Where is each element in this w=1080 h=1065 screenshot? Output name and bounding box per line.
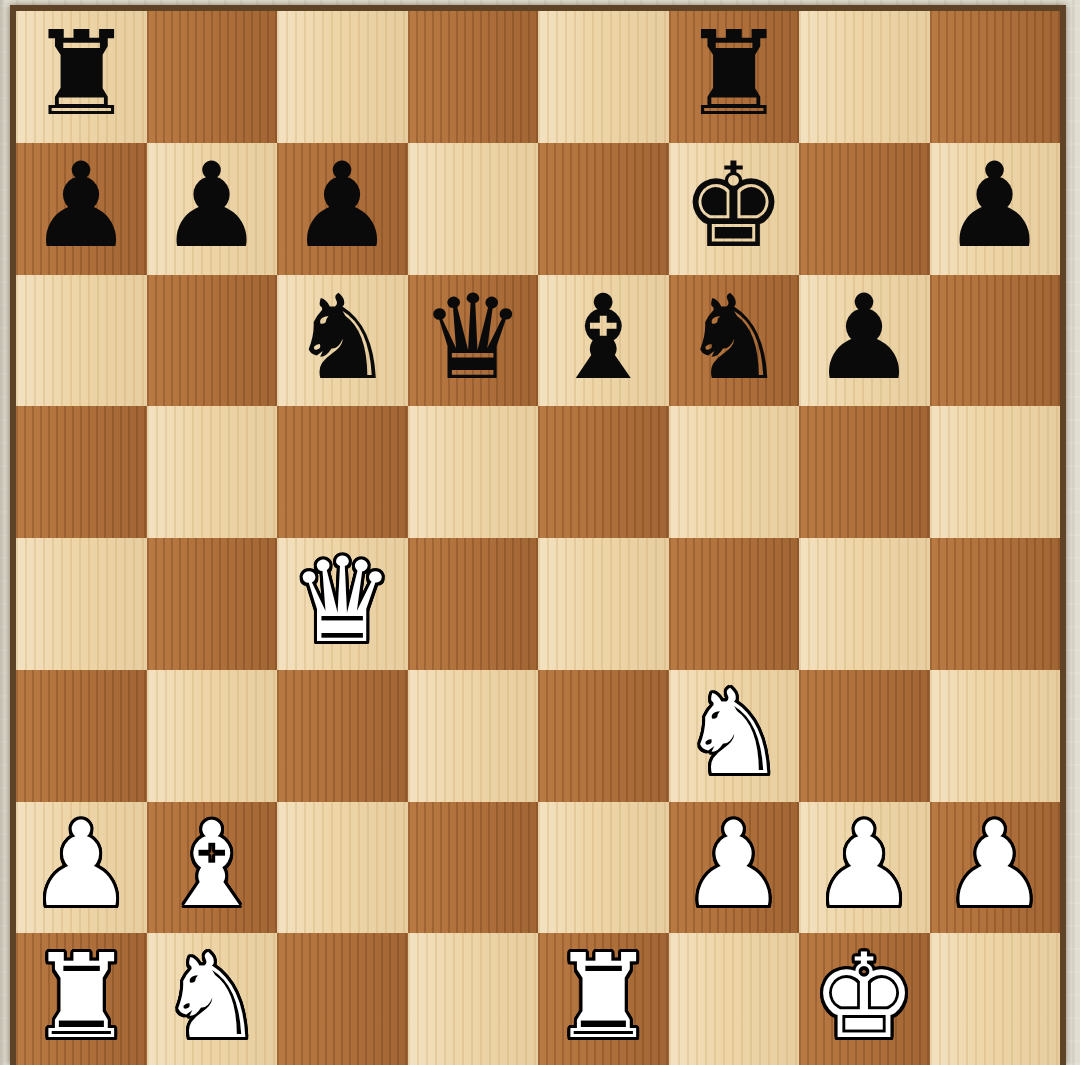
square-c3[interactable]	[277, 670, 408, 802]
piece-white-rook-e1[interactable]: ♜	[551, 938, 656, 1055]
piece-black-pawn-h7[interactable]: ♟	[942, 147, 1047, 264]
square-g4[interactable]	[799, 538, 930, 670]
square-a5[interactable]	[16, 406, 147, 538]
square-b2[interactable]: ♝	[147, 802, 278, 934]
square-f1[interactable]	[669, 933, 800, 1065]
piece-white-pawn-g2[interactable]: ♟	[812, 806, 917, 923]
piece-black-pawn-a7[interactable]: ♟	[29, 147, 134, 264]
board-frame: ♜♜♟♟♟♚♟♞♛♝♞♟♛♞♟♝♟♟♟♜♞♜♚	[10, 5, 1066, 1065]
piece-white-pawn-h2[interactable]: ♟	[942, 806, 1047, 923]
square-f3[interactable]: ♞	[669, 670, 800, 802]
piece-black-rook-f8[interactable]: ♜	[681, 15, 786, 132]
piece-black-queen-d6[interactable]: ♛	[420, 279, 525, 396]
square-e1[interactable]: ♜	[538, 933, 669, 1065]
square-f4[interactable]	[669, 538, 800, 670]
square-e3[interactable]	[538, 670, 669, 802]
square-a2[interactable]: ♟	[16, 802, 147, 934]
piece-white-king-g1[interactable]: ♚	[812, 938, 917, 1055]
square-b4[interactable]	[147, 538, 278, 670]
square-h4[interactable]	[930, 538, 1061, 670]
square-f2[interactable]: ♟	[669, 802, 800, 934]
square-h7[interactable]: ♟	[930, 143, 1061, 275]
piece-black-bishop-e6[interactable]: ♝	[551, 279, 656, 396]
square-c1[interactable]	[277, 933, 408, 1065]
square-g7[interactable]	[799, 143, 930, 275]
square-d5[interactable]	[408, 406, 539, 538]
piece-white-bishop-b2[interactable]: ♝	[159, 806, 264, 923]
square-g1[interactable]: ♚	[799, 933, 930, 1065]
square-b7[interactable]: ♟	[147, 143, 278, 275]
square-d8[interactable]	[408, 11, 539, 143]
square-h8[interactable]	[930, 11, 1061, 143]
square-b3[interactable]	[147, 670, 278, 802]
square-e2[interactable]	[538, 802, 669, 934]
piece-black-knight-f6[interactable]: ♞	[681, 279, 786, 396]
square-f5[interactable]	[669, 406, 800, 538]
square-g2[interactable]: ♟	[799, 802, 930, 934]
square-f6[interactable]: ♞	[669, 275, 800, 407]
piece-white-knight-b1[interactable]: ♞	[159, 938, 264, 1055]
square-h5[interactable]	[930, 406, 1061, 538]
square-c6[interactable]: ♞	[277, 275, 408, 407]
square-e4[interactable]	[538, 538, 669, 670]
square-e8[interactable]	[538, 11, 669, 143]
square-d1[interactable]	[408, 933, 539, 1065]
square-h3[interactable]	[930, 670, 1061, 802]
piece-black-pawn-b7[interactable]: ♟	[159, 147, 264, 264]
square-g8[interactable]	[799, 11, 930, 143]
square-f8[interactable]: ♜	[669, 11, 800, 143]
square-a7[interactable]: ♟	[16, 143, 147, 275]
chess-app-background: ♜♜♟♟♟♚♟♞♛♝♞♟♛♞♟♝♟♟♟♜♞♜♚	[0, 0, 1080, 1065]
square-f7[interactable]: ♚	[669, 143, 800, 275]
square-a4[interactable]	[16, 538, 147, 670]
piece-white-queen-c4[interactable]: ♛	[290, 542, 395, 659]
chess-board: ♜♜♟♟♟♚♟♞♛♝♞♟♛♞♟♝♟♟♟♜♞♜♚	[16, 11, 1060, 1065]
square-c2[interactable]	[277, 802, 408, 934]
square-d4[interactable]	[408, 538, 539, 670]
square-e6[interactable]: ♝	[538, 275, 669, 407]
square-e7[interactable]	[538, 143, 669, 275]
square-a6[interactable]	[16, 275, 147, 407]
square-h1[interactable]	[930, 933, 1061, 1065]
square-c5[interactable]	[277, 406, 408, 538]
piece-black-rook-a8[interactable]: ♜	[29, 15, 134, 132]
square-h2[interactable]: ♟	[930, 802, 1061, 934]
square-b5[interactable]	[147, 406, 278, 538]
piece-black-king-f7[interactable]: ♚	[681, 147, 786, 264]
square-d3[interactable]	[408, 670, 539, 802]
square-b1[interactable]: ♞	[147, 933, 278, 1065]
piece-white-rook-a1[interactable]: ♜	[29, 938, 134, 1055]
piece-white-knight-f3[interactable]: ♞	[681, 674, 786, 791]
piece-black-pawn-c7[interactable]: ♟	[290, 147, 395, 264]
square-c4[interactable]: ♛	[277, 538, 408, 670]
square-g6[interactable]: ♟	[799, 275, 930, 407]
square-h6[interactable]	[930, 275, 1061, 407]
piece-white-pawn-a2[interactable]: ♟	[29, 806, 134, 923]
square-b8[interactable]	[147, 11, 278, 143]
square-c8[interactable]	[277, 11, 408, 143]
square-g5[interactable]	[799, 406, 930, 538]
square-a3[interactable]	[16, 670, 147, 802]
square-a1[interactable]: ♜	[16, 933, 147, 1065]
square-b6[interactable]	[147, 275, 278, 407]
square-d2[interactable]	[408, 802, 539, 934]
piece-black-pawn-g6[interactable]: ♟	[812, 279, 917, 396]
square-d6[interactable]: ♛	[408, 275, 539, 407]
square-g3[interactable]	[799, 670, 930, 802]
square-d7[interactable]	[408, 143, 539, 275]
square-a8[interactable]: ♜	[16, 11, 147, 143]
square-e5[interactable]	[538, 406, 669, 538]
piece-black-knight-c6[interactable]: ♞	[290, 279, 395, 396]
piece-white-pawn-f2[interactable]: ♟	[681, 806, 786, 923]
square-c7[interactable]: ♟	[277, 143, 408, 275]
